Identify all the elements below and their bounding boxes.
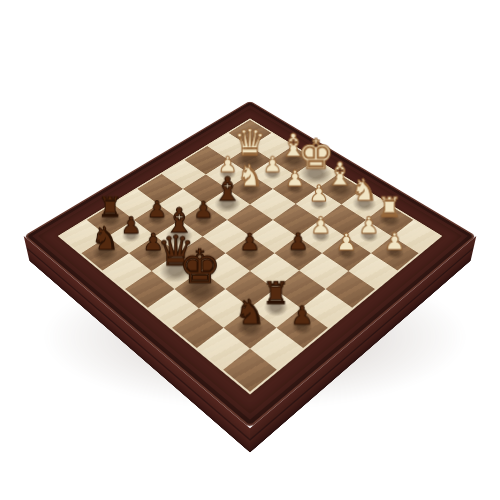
chess-piece-glyph: ♟ — [384, 231, 405, 254]
chess-piece-glyph: ♟ — [358, 214, 379, 237]
chess-piece-glyph: ♚ — [179, 244, 221, 291]
chess-piece-glyph: ♟ — [239, 231, 260, 254]
product-scene: ♚♛♝♝♞♞♜♟♟♟♟♟♟♟♟♚♛♜♜♝♝♞♞♟♟♟♟♟♟♟ — [0, 0, 500, 500]
chess-piece-glyph: ♜ — [262, 279, 289, 309]
chess-piece-glyph: ♟ — [288, 231, 309, 254]
chess-piece-glyph: ♞ — [91, 223, 119, 255]
chess-piece-glyph: ♟ — [291, 304, 314, 329]
chess-piece-glyph: ♟ — [121, 214, 142, 237]
chess-piece-glyph: ♟ — [311, 214, 332, 237]
chess-piece-glyph: ♟ — [336, 231, 357, 254]
chess-piece-glyph: ♞ — [235, 295, 266, 329]
